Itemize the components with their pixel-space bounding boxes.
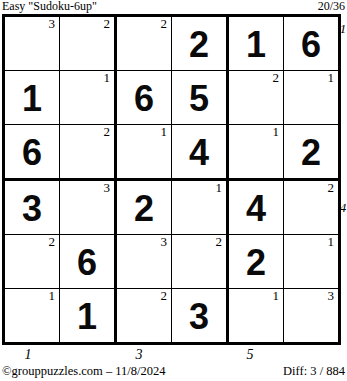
- cell-value: 1: [60, 289, 114, 342]
- board-row: 116521: [5, 71, 338, 125]
- cell-value: 2: [229, 235, 283, 288]
- corner-mark: 3: [104, 181, 111, 195]
- cell-value: 6: [5, 125, 59, 178]
- cell-r2c1[interactable]: 1: [5, 71, 60, 125]
- cell-value: 6: [284, 17, 338, 70]
- cell-r3c6[interactable]: 2: [284, 125, 338, 181]
- cell-value: 4: [229, 181, 283, 234]
- col-label-1: 1: [18, 348, 38, 362]
- corner-mark: 1: [216, 181, 223, 195]
- col-label-5: 5: [240, 348, 260, 362]
- cell-r1c3[interactable]: 2: [117, 17, 172, 71]
- cell-r4c1[interactable]: 3: [5, 181, 60, 235]
- cell-r6c2[interactable]: 1: [60, 289, 117, 342]
- footer: ©grouppuzzles.com – 11/8/2024 Diff: 3 / …: [2, 364, 345, 379]
- row-label-1: 1: [339, 22, 347, 35]
- corner-mark: 1: [328, 71, 335, 85]
- cell-r2c3[interactable]: 6: [117, 71, 172, 125]
- cell-r4c6[interactable]: 2: [284, 181, 338, 235]
- cell-r4c4[interactable]: 1: [172, 181, 229, 235]
- cell-r1c1[interactable]: 3: [5, 17, 60, 71]
- cell-r6c4[interactable]: 3: [172, 289, 229, 342]
- corner-mark: 1: [161, 125, 168, 139]
- cell-r2c6[interactable]: 1: [284, 71, 338, 125]
- cell-value: 5: [172, 71, 226, 124]
- cell-value: 1: [229, 17, 283, 70]
- corner-mark: 2: [273, 71, 280, 85]
- cell-value: 2: [284, 125, 338, 178]
- cell-r3c2[interactable]: 2: [60, 125, 117, 181]
- cell-r3c1[interactable]: 6: [5, 125, 60, 181]
- puzzle-title: Easy "Sudoku-6up": [2, 0, 97, 13]
- corner-mark: 3: [161, 235, 168, 249]
- cell-r4c2[interactable]: 3: [60, 181, 117, 235]
- puzzle-counter: 20/36: [318, 0, 345, 13]
- cell-value: 2: [117, 181, 171, 234]
- cell-value: 3: [5, 181, 59, 234]
- cell-r2c2[interactable]: 1: [60, 71, 117, 125]
- difficulty-text: Diff: 3 / 884: [283, 364, 345, 379]
- cell-r1c5[interactable]: 1: [229, 17, 284, 71]
- corner-mark: 1: [104, 71, 111, 85]
- corner-mark: 1: [273, 125, 280, 139]
- corner-mark: 2: [49, 235, 56, 249]
- board-row: 263221: [5, 235, 338, 289]
- cell-value: 2: [172, 17, 226, 70]
- corner-mark: 3: [328, 289, 335, 303]
- copyright-text: ©grouppuzzles.com – 11/8/2024: [2, 364, 166, 379]
- cell-r3c4[interactable]: 4: [172, 125, 229, 181]
- corner-mark: 2: [104, 125, 111, 139]
- cell-value: 6: [117, 71, 171, 124]
- page: Easy "Sudoku-6up" 20/36 3222161165216214…: [0, 0, 347, 381]
- cell-r2c4[interactable]: 5: [172, 71, 229, 125]
- cell-r1c4[interactable]: 2: [172, 17, 229, 71]
- cell-r1c6[interactable]: 6: [284, 17, 338, 71]
- corner-mark: 1: [49, 289, 56, 303]
- corner-mark: 2: [161, 17, 168, 31]
- cell-r6c5[interactable]: 1: [229, 289, 284, 342]
- cell-r3c5[interactable]: 1: [229, 125, 284, 181]
- cell-value: 1: [5, 71, 59, 124]
- cell-r5c4[interactable]: 2: [172, 235, 229, 289]
- col-label-3: 3: [129, 348, 149, 362]
- board-row: 112313: [5, 289, 338, 342]
- cell-r6c1[interactable]: 1: [5, 289, 60, 342]
- cell-r1c2[interactable]: 2: [60, 17, 117, 71]
- board: 322216116521621412332142263221112313: [2, 14, 341, 345]
- cell-r6c6[interactable]: 3: [284, 289, 338, 342]
- cell-r5c2[interactable]: 6: [60, 235, 117, 289]
- corner-mark: 2: [161, 289, 168, 303]
- cell-r5c5[interactable]: 2: [229, 235, 284, 289]
- cell-r6c3[interactable]: 2: [117, 289, 172, 342]
- corner-mark: 1: [273, 289, 280, 303]
- header: Easy "Sudoku-6up" 20/36: [2, 0, 345, 13]
- cell-r5c1[interactable]: 2: [5, 235, 60, 289]
- row-label-4: 4: [339, 201, 347, 214]
- corner-mark: 2: [328, 181, 335, 195]
- cell-value: 4: [172, 125, 226, 178]
- cell-value: 3: [172, 289, 226, 342]
- cell-r4c5[interactable]: 4: [229, 181, 284, 235]
- board-row: 332142: [5, 181, 338, 235]
- board-row: 621412: [5, 125, 338, 181]
- board-row: 322216: [5, 17, 338, 71]
- cell-r5c6[interactable]: 1: [284, 235, 338, 289]
- cell-value: 6: [60, 235, 114, 288]
- cell-r3c3[interactable]: 1: [117, 125, 172, 181]
- corner-mark: 1: [328, 235, 335, 249]
- cell-r5c3[interactable]: 3: [117, 235, 172, 289]
- cell-r4c3[interactable]: 2: [117, 181, 172, 235]
- corner-mark: 2: [216, 235, 223, 249]
- corner-mark: 2: [104, 17, 111, 31]
- cell-r2c5[interactable]: 2: [229, 71, 284, 125]
- corner-mark: 3: [49, 17, 56, 31]
